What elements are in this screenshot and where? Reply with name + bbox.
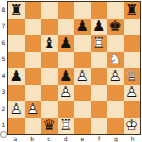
square-h1[interactable]: ♚♔ [124,118,141,135]
white-piece-fill: ♜ [58,118,75,135]
square-c7[interactable] [41,19,58,36]
file-label-c: c [41,135,58,142]
white-piece-fill: ♟ [74,68,91,85]
square-c4[interactable] [41,68,58,85]
square-a3[interactable] [8,85,25,102]
square-g4[interactable]: ♟♙ [107,68,124,85]
file-label-e: e [74,135,91,142]
square-b6[interactable] [25,35,42,52]
square-f1[interactable] [91,118,108,135]
file-label-b: b [24,135,41,142]
square-c2[interactable] [41,101,58,118]
white-rook-f6: ♖ [91,35,108,52]
white-queen-h4: ♕ [124,68,141,85]
black-queen-c1: ♛ [41,118,58,135]
black-rook-h8: ♜ [124,2,141,19]
square-d2[interactable] [58,101,75,118]
square-c8[interactable] [41,2,58,19]
square-g8[interactable] [107,2,124,19]
square-c1[interactable]: ♛ [41,118,58,135]
black-pawn-d6: ♟ [58,35,75,52]
square-a2[interactable]: ♟♙ [8,101,25,118]
chess-diagram: 87654321 ♜♜♟♟♚♝♟♜♖♞♘♟♟♟♙♟♙♛♕♟♙♟♙♟♙♟♙♛♜♖♚… [0,0,142,142]
black-pawn-a4: ♟ [8,68,25,85]
square-f6[interactable]: ♜♖ [91,35,108,52]
square-b8[interactable] [25,2,42,19]
white-pawn-e4: ♙ [74,68,91,85]
square-c5[interactable] [41,52,58,69]
file-label-f: f [91,135,108,142]
square-f7[interactable]: ♟ [91,19,108,36]
square-h2[interactable] [124,101,141,118]
rank-label-5: 5 [0,51,7,68]
white-pawn-h3: ♙ [124,85,141,102]
square-g5[interactable]: ♞♘ [107,52,124,69]
black-king-g7: ♚ [107,19,124,36]
square-g2[interactable] [107,101,124,118]
square-h4[interactable]: ♛♕ [124,68,141,85]
square-b3[interactable] [25,85,42,102]
square-h6[interactable] [124,35,141,52]
square-h5[interactable] [124,52,141,69]
rank-label-6: 6 [0,34,7,51]
square-a8[interactable]: ♜ [8,2,25,19]
square-d7[interactable] [58,19,75,36]
square-c3[interactable] [41,85,58,102]
square-a5[interactable] [8,52,25,69]
square-e7[interactable]: ♟ [74,19,91,36]
white-piece-fill: ♟ [107,68,124,85]
white-piece-fill: ♚ [124,118,141,135]
square-f5[interactable] [91,52,108,69]
square-f8[interactable] [91,2,108,19]
square-e5[interactable] [74,52,91,69]
rank-label-2: 2 [0,100,7,117]
square-h3[interactable]: ♟♙ [124,85,141,102]
file-label-g: g [108,135,125,142]
square-g7[interactable]: ♚ [107,19,124,36]
square-e3[interactable] [74,85,91,102]
white-piece-fill: ♟ [58,85,75,102]
square-b1[interactable] [25,118,42,135]
square-g6[interactable] [107,35,124,52]
black-rook-a8: ♜ [8,2,25,19]
white-pawn-d3: ♙ [58,85,75,102]
square-a6[interactable] [8,35,25,52]
rank-labels: 87654321 [0,1,7,133]
white-piece-fill: ♟ [25,101,42,118]
file-label-a: a [7,135,24,142]
square-e2[interactable] [74,101,91,118]
square-f2[interactable] [91,101,108,118]
white-piece-fill: ♟ [124,85,141,102]
white-piece-fill: ♟ [8,101,25,118]
square-d6[interactable]: ♟ [58,35,75,52]
rank-label-4: 4 [0,67,7,84]
square-f3[interactable] [91,85,108,102]
square-b2[interactable]: ♟♙ [25,101,42,118]
square-e4[interactable]: ♟♙ [74,68,91,85]
square-d5[interactable] [58,52,75,69]
square-h7[interactable] [124,19,141,36]
white-to-move-indicator [0,131,7,138]
square-g1[interactable] [107,118,124,135]
white-piece-fill: ♜ [91,35,108,52]
chess-board-frame: ♜♜♟♟♚♝♟♜♖♞♘♟♟♟♙♟♙♛♕♟♙♟♙♟♙♟♙♛♜♖♚♔ [7,1,141,135]
square-e6[interactable] [74,35,91,52]
square-d1[interactable]: ♜♖ [58,118,75,135]
rank-label-3: 3 [0,84,7,101]
square-a7[interactable] [8,19,25,36]
square-b7[interactable] [25,19,42,36]
square-g3[interactable] [107,85,124,102]
square-d4[interactable]: ♟ [58,68,75,85]
square-e8[interactable] [74,2,91,19]
rank-label-8: 8 [0,1,7,18]
white-knight-g5: ♘ [107,52,124,69]
white-piece-fill: ♞ [107,52,124,69]
square-b4[interactable] [25,68,42,85]
black-bishop-c6: ♝ [41,35,58,52]
file-labels: abcdefgh [7,135,141,142]
white-rook-d1: ♖ [58,118,75,135]
white-pawn-a2: ♙ [8,101,25,118]
rank-label-7: 7 [0,18,7,35]
white-pawn-g4: ♙ [107,68,124,85]
file-label-d: d [57,135,74,142]
square-d3[interactable]: ♟♙ [58,85,75,102]
square-a1[interactable] [8,118,25,135]
square-b5[interactable] [25,52,42,69]
square-d8[interactable] [58,2,75,19]
white-piece-fill: ♛ [124,68,141,85]
square-c6[interactable]: ♝ [41,35,58,52]
square-h8[interactable]: ♜ [124,2,141,19]
white-pawn-b2: ♙ [25,101,42,118]
square-a4[interactable]: ♟ [8,68,25,85]
file-label-h: h [124,135,141,142]
square-f4[interactable] [91,68,108,85]
square-e1[interactable] [74,118,91,135]
chess-board: ♜♜♟♟♚♝♟♜♖♞♘♟♟♟♙♟♙♛♕♟♙♟♙♟♙♟♙♛♜♖♚♔ [8,2,140,134]
black-pawn-e7: ♟ [74,19,91,36]
black-pawn-f7: ♟ [91,19,108,36]
white-king-h1: ♔ [124,118,141,135]
black-pawn-d4: ♟ [58,68,75,85]
